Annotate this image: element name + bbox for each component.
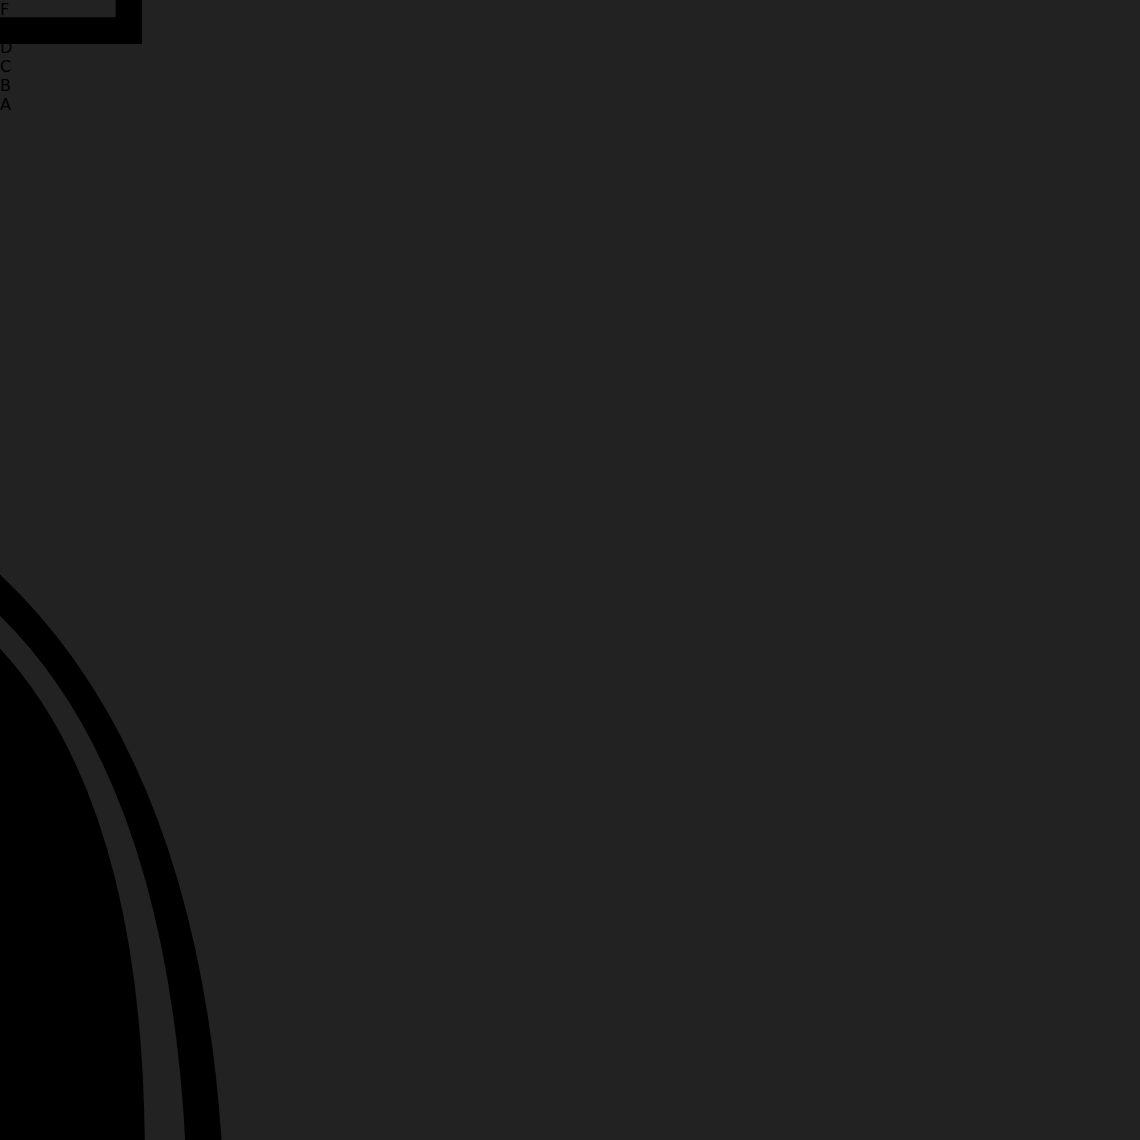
photo-stage: FEDCBA ♜♞♝♛♚♝♟♟♟♟♟♟ xyxy=(0,0,1140,1140)
piece-black-knight-b8[interactable]: ♞ xyxy=(0,168,570,1140)
